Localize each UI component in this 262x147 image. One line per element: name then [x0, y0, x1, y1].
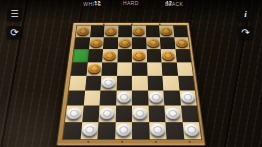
status-bar: WHITE 12 HARD 12 BLACK [56, 0, 206, 8]
white-silver-piece[interactable] [100, 108, 115, 119]
black-bronze-piece[interactable] [133, 27, 145, 35]
square-r3c1-highlighted[interactable] [73, 49, 89, 62]
square-r5c1[interactable] [69, 76, 86, 90]
square-r5c3[interactable] [100, 76, 116, 90]
square-r2c3[interactable] [103, 37, 118, 49]
white-silver-piece[interactable] [149, 92, 163, 103]
square-r5c4[interactable] [116, 76, 132, 90]
square-r8c7[interactable] [165, 122, 183, 139]
frame-notch [159, 23, 161, 25]
square-r4c8[interactable] [176, 62, 193, 76]
square-r3c4[interactable] [117, 49, 132, 62]
white-silver-piece[interactable] [184, 124, 200, 136]
square-r5c7[interactable] [162, 76, 179, 90]
square-r6c6[interactable] [148, 90, 165, 105]
square-r1c6[interactable] [145, 26, 159, 38]
white-silver-piece[interactable] [150, 124, 165, 136]
black-bronze-piece[interactable] [162, 51, 175, 60]
frame-stud [87, 140, 90, 142]
white-silver-piece[interactable] [67, 108, 82, 119]
info-icon: i [244, 9, 247, 19]
menu-button[interactable]: ☰ [7, 8, 22, 21]
black-bronze-piece[interactable] [103, 51, 116, 60]
white-silver-piece[interactable] [180, 92, 195, 103]
square-r7c8[interactable] [181, 106, 199, 122]
white-score: WHITE 12 [92, 1, 100, 6]
restart-button[interactable]: ⟳ [7, 26, 22, 39]
black-bronze-piece[interactable] [118, 39, 130, 47]
square-r2c7[interactable] [160, 37, 175, 49]
board-3d-wrapper [56, 22, 206, 146]
square-r4c6[interactable] [147, 62, 163, 76]
square-r6c5[interactable] [132, 90, 148, 105]
square-r5c2[interactable] [85, 76, 102, 90]
square-r2c4[interactable] [117, 37, 131, 49]
hamburger-menu-icon: ☰ [10, 9, 18, 19]
black-bronze-piece[interactable] [90, 39, 103, 47]
board-frame [56, 22, 206, 146]
square-r5c5[interactable] [132, 76, 148, 90]
square-r4c4[interactable] [117, 62, 132, 76]
black-bronze-piece[interactable] [87, 64, 101, 73]
square-r3c5[interactable] [132, 49, 147, 62]
square-r2c5[interactable] [132, 37, 146, 49]
square-r2c8[interactable] [174, 37, 190, 49]
black-bronze-piece[interactable] [133, 51, 146, 60]
white-silver-piece[interactable] [82, 124, 98, 136]
square-r4c5[interactable] [132, 62, 147, 76]
square-r4c1[interactable] [71, 62, 88, 76]
square-r4c7[interactable] [162, 62, 178, 76]
square-r3c3[interactable] [102, 49, 117, 62]
black-bronze-piece[interactable] [147, 39, 160, 47]
square-r3c6[interactable] [146, 49, 161, 62]
square-r7c2[interactable] [82, 106, 100, 122]
frame-notch [131, 23, 133, 25]
square-r1c8[interactable] [173, 26, 188, 38]
square-r6c7[interactable] [163, 90, 180, 105]
square-r1c7[interactable] [159, 26, 174, 38]
difficulty-label: HARD [123, 1, 139, 6]
square-r1c1[interactable] [76, 26, 91, 38]
square-r1c2[interactable] [90, 26, 105, 38]
board-grid [63, 26, 201, 140]
white-silver-piece[interactable] [117, 92, 131, 103]
black-score: 12 BLACK [166, 1, 174, 6]
square-r8c4[interactable] [115, 122, 132, 139]
white-silver-piece[interactable] [102, 78, 116, 88]
square-r7c7[interactable] [164, 106, 182, 122]
undo-button[interactable]: ↷ [238, 26, 253, 39]
info-button[interactable]: i [238, 8, 253, 21]
frame-stud [188, 140, 191, 142]
frame-stud [154, 140, 157, 142]
square-r3c7[interactable] [161, 49, 177, 62]
square-r4c2[interactable] [86, 62, 102, 76]
square-r8c3[interactable] [97, 122, 115, 139]
black-bronze-piece[interactable] [175, 39, 188, 47]
square-r7c5[interactable] [132, 106, 149, 122]
square-r6c4[interactable] [116, 90, 132, 105]
square-r6c1[interactable] [67, 90, 85, 105]
square-r6c3[interactable] [100, 90, 117, 105]
restart-icon: ⟳ [10, 27, 18, 38]
black-bronze-piece[interactable] [160, 27, 173, 35]
square-r7c4[interactable] [115, 106, 132, 122]
square-r7c3[interactable] [98, 106, 115, 122]
square-r2c1[interactable] [74, 37, 90, 49]
white-silver-piece[interactable] [116, 124, 131, 136]
square-r8c8[interactable] [182, 122, 201, 139]
white-silver-piece[interactable] [133, 108, 147, 119]
undo-icon: ↷ [241, 27, 249, 38]
square-r3c2[interactable] [87, 49, 103, 62]
square-r5c8[interactable] [178, 76, 195, 90]
black-bronze-piece[interactable] [105, 27, 117, 35]
square-r2c2[interactable] [89, 37, 104, 49]
square-r3c8[interactable] [175, 49, 191, 62]
white-silver-piece[interactable] [166, 108, 181, 119]
black-bronze-piece[interactable] [77, 27, 90, 35]
square-r8c6[interactable] [149, 122, 167, 139]
frame-stud [121, 140, 124, 142]
square-r8c5[interactable] [132, 122, 149, 139]
checkers-app: WHITE 12 HARD 12 BLACK ☰ ⟳ i ↷ [0, 0, 262, 147]
square-r8c2[interactable] [80, 122, 98, 139]
square-r1c5[interactable] [132, 26, 146, 38]
square-r4c3[interactable] [101, 62, 117, 76]
square-r6c8[interactable] [179, 90, 197, 105]
square-r6c2[interactable] [83, 90, 100, 105]
square-r7c6[interactable] [148, 106, 165, 122]
square-r8c1[interactable] [63, 122, 82, 139]
square-r5c6[interactable] [147, 76, 163, 90]
square-r1c4[interactable] [118, 26, 132, 38]
square-r2c6[interactable] [146, 37, 161, 49]
square-r7c1[interactable] [65, 106, 83, 122]
square-r1c3[interactable] [104, 26, 118, 38]
